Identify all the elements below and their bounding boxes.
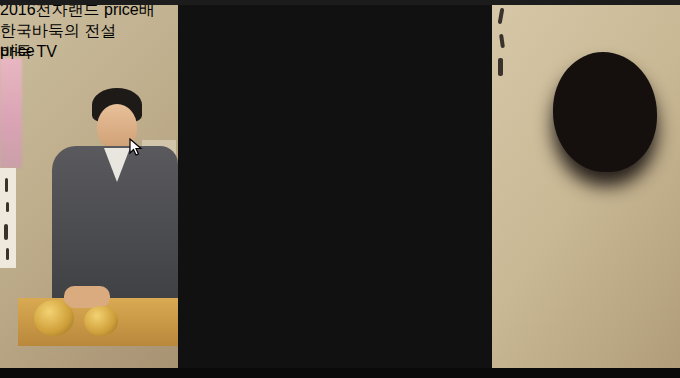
event-logo-title: 한국바둑의 전설: [0, 21, 155, 42]
broadcast-frame: 2016전자랜드 price배 한국바둑의 전설 서봉수 조치훈 price 바…: [0, 0, 680, 378]
mouse-cursor-icon: [129, 138, 143, 161]
channel-logo-tv: TV: [36, 43, 56, 60]
bottom-letterbox: [0, 368, 680, 378]
channel-logo-baduk: 바둑: [0, 43, 32, 60]
channel-logo: 바둑 TV: [0, 42, 57, 63]
grid-line-h: [0, 290, 289, 291]
right-player-face: [584, 96, 624, 144]
grid-line-v: [0, 291, 1, 378]
top-letterbox: [0, 0, 680, 5]
event-logo: 2016전자랜드 price배 한국바둑의 전설: [0, 0, 155, 42]
